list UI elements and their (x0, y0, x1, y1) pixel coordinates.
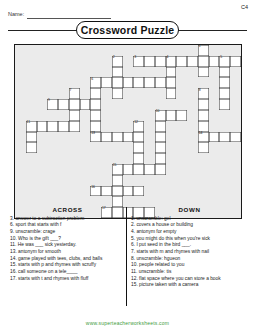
blocked-cell (58, 110, 69, 121)
blocked-cell (26, 88, 37, 99)
blocked-cell (112, 121, 123, 132)
answer-cell[interactable]: 3 (133, 56, 144, 67)
answer-cell[interactable]: 15 (112, 164, 123, 175)
blocked-cell (80, 186, 91, 197)
blocked-cell (58, 67, 69, 78)
blocked-cell (26, 56, 37, 67)
answer-cell[interactable] (123, 164, 134, 175)
answer-cell[interactable] (133, 164, 144, 175)
down-clue-7: 7. starts with m and rhymes with nail (131, 249, 248, 256)
answer-cell[interactable] (155, 56, 166, 67)
answer-cell[interactable] (198, 99, 209, 110)
blocked-cell (80, 88, 91, 99)
clue-number-3: 3 (134, 56, 136, 59)
blocked-cell (80, 67, 91, 78)
blocked-cell (209, 142, 220, 153)
clue-number-8: 8 (199, 89, 201, 92)
answer-cell[interactable]: 9 (47, 99, 58, 110)
across-clue-10: 10. Who is the gift ___? (10, 236, 125, 243)
blocked-cell (80, 77, 91, 88)
blocked-cell (166, 142, 177, 153)
blocked-cell (90, 45, 101, 56)
blocked-cell (58, 186, 69, 197)
answer-cell[interactable] (37, 121, 48, 132)
blocked-cell (37, 175, 48, 186)
blocked-cell (123, 142, 134, 153)
answer-cell[interactable] (155, 153, 166, 164)
blocked-cell (112, 110, 123, 121)
answer-cell[interactable]: 2 (112, 56, 123, 67)
blocked-cell (155, 175, 166, 186)
answer-cell[interactable] (90, 99, 101, 110)
across-clue-6: 6. sport that starts with f (10, 222, 125, 229)
blocked-cell (47, 142, 58, 153)
answer-cell[interactable] (112, 186, 123, 197)
across-clue-list: 3. answer to a subtraction problem6. spo… (10, 216, 125, 283)
blocked-cell (187, 153, 198, 164)
blocked-cell (37, 99, 48, 110)
answer-cell[interactable] (58, 99, 69, 110)
answer-cell[interactable] (219, 67, 230, 78)
blocked-cell (47, 175, 58, 186)
blocked-cell (133, 175, 144, 186)
answer-cell[interactable] (219, 132, 230, 143)
blocked-cell (176, 164, 187, 175)
blocked-cell (144, 132, 155, 143)
answer-cell[interactable] (198, 121, 209, 132)
answer-cell[interactable] (80, 99, 91, 110)
blocked-cell (15, 164, 26, 175)
answer-cell[interactable] (90, 88, 101, 99)
answer-cell[interactable] (219, 77, 230, 88)
blocked-cell (155, 186, 166, 197)
blocked-cell (187, 88, 198, 99)
clue-number-15: 15 (113, 164, 117, 167)
blocked-cell (37, 164, 48, 175)
blocked-cell (209, 121, 220, 132)
blocked-cell (209, 110, 220, 121)
blocked-cell (80, 132, 91, 143)
blocked-cell (230, 110, 241, 121)
answer-cell[interactable] (155, 121, 166, 132)
answer-cell[interactable] (133, 77, 144, 88)
down-clue-6: 6. I put seed in the bird ___. (131, 242, 248, 249)
answer-cell[interactable] (26, 142, 37, 153)
title-rule-left (8, 30, 77, 31)
blocked-cell (47, 77, 58, 88)
across-clue-15: 15. starts with p and rhymes with scruff… (10, 262, 125, 269)
blocked-cell (219, 186, 230, 197)
blocked-cell (123, 88, 134, 99)
blocked-cell (101, 164, 112, 175)
answer-cell[interactable] (69, 121, 80, 132)
answer-cell[interactable]: 8 (198, 88, 209, 99)
blocked-cell (69, 56, 80, 67)
answer-cell[interactable] (133, 142, 144, 153)
blocked-cell (123, 67, 134, 78)
blocked-cell (101, 175, 112, 186)
down-clue-8: 8. unscramble: hgueon (131, 256, 248, 263)
blocked-cell (101, 88, 112, 99)
blocked-cell (144, 45, 155, 56)
blocked-cell (101, 99, 112, 110)
blocked-cell (90, 175, 101, 186)
blocked-cell (166, 153, 177, 164)
blocked-cell (90, 67, 101, 78)
blocked-cell (166, 121, 177, 132)
blocked-cell (37, 186, 48, 197)
answer-cell[interactable] (144, 77, 155, 88)
blocked-cell (230, 88, 241, 99)
blocked-cell (219, 142, 230, 153)
blocked-cell (209, 175, 220, 186)
blocked-cell (37, 67, 48, 78)
answer-cell[interactable] (90, 110, 101, 121)
blocked-cell (80, 121, 91, 132)
blocked-cell (230, 142, 241, 153)
blocked-cell (101, 110, 112, 121)
answer-cell[interactable] (198, 67, 209, 78)
answer-cell[interactable] (133, 132, 144, 143)
answer-cell[interactable]: 10 (155, 110, 166, 121)
blocked-cell (47, 56, 58, 67)
blocked-cell (166, 132, 177, 143)
worksheet-code: C4 (241, 4, 248, 10)
blocked-cell (219, 164, 230, 175)
crossword-grid: 1234567891011121314151617 (15, 45, 241, 218)
blocked-cell (123, 121, 134, 132)
blocked-cell (144, 67, 155, 78)
answer-cell[interactable] (101, 132, 112, 143)
blocked-cell (123, 175, 134, 186)
blocked-cell (69, 67, 80, 78)
blocked-cell (230, 175, 241, 186)
across-clue-17: 17. starts with t and rhymes with fluff (10, 276, 125, 283)
blocked-cell (47, 67, 58, 78)
blocked-cell (187, 175, 198, 186)
blocked-cell (144, 99, 155, 110)
answer-cell[interactable] (155, 77, 166, 88)
blocked-cell (37, 142, 48, 153)
answer-cell[interactable] (144, 164, 155, 175)
answer-cell[interactable] (144, 56, 155, 67)
blocked-cell (144, 88, 155, 99)
answer-cell[interactable] (112, 67, 123, 78)
answer-cell[interactable]: 12 (133, 121, 144, 132)
answer-cell[interactable] (176, 56, 187, 67)
across-clue-3: 3. answer to a subtraction problem (10, 216, 125, 223)
blocked-cell (15, 142, 26, 153)
blocked-cell (15, 175, 26, 186)
blocked-cell (26, 153, 37, 164)
blocked-cell (230, 121, 241, 132)
blocked-cell (26, 175, 37, 186)
clue-number-1: 1 (199, 45, 201, 48)
blocked-cell (187, 67, 198, 78)
answer-cell[interactable] (101, 77, 112, 88)
blocked-cell (166, 175, 177, 186)
down-clue-12: 12. flat space where you can store a boo… (131, 276, 248, 283)
blocked-cell (144, 186, 155, 197)
answer-cell[interactable] (166, 110, 177, 121)
answer-cell[interactable]: 6 (90, 77, 101, 88)
blocked-cell (101, 153, 112, 164)
blocked-cell (155, 88, 166, 99)
answer-cell[interactable]: 11 (26, 121, 37, 132)
answer-cell[interactable] (230, 132, 241, 143)
blocked-cell (15, 153, 26, 164)
blocked-cell (187, 110, 198, 121)
blocked-cell (123, 110, 134, 121)
answer-cell[interactable] (209, 56, 220, 67)
answer-cell[interactable]: 14 (198, 132, 209, 143)
clue-number-9: 9 (48, 99, 50, 102)
blocked-cell (80, 164, 91, 175)
blocked-cell (155, 45, 166, 56)
blocked-cell (37, 56, 48, 67)
answer-cell[interactable] (69, 99, 80, 110)
blocked-cell (69, 164, 80, 175)
blocked-cell (101, 56, 112, 67)
answer-cell[interactable] (112, 175, 123, 186)
answer-cell[interactable] (155, 142, 166, 153)
blocked-cell (58, 45, 69, 56)
answer-cell[interactable] (123, 132, 134, 143)
blocked-cell (187, 99, 198, 110)
blocked-cell (69, 153, 80, 164)
answer-cell[interactable] (101, 186, 112, 197)
answer-cell[interactable] (198, 142, 209, 153)
answer-cell[interactable] (26, 132, 37, 143)
blocked-cell (133, 99, 144, 110)
blocked-cell (144, 121, 155, 132)
blocked-cell (15, 45, 26, 56)
clue-number-5: 5 (220, 56, 222, 59)
blocked-cell (90, 164, 101, 175)
blocked-cell (69, 186, 80, 197)
answer-cell[interactable] (230, 56, 241, 67)
blocked-cell (230, 153, 241, 164)
blocked-cell (230, 164, 241, 175)
answer-cell[interactable] (112, 132, 123, 143)
blocked-cell (144, 142, 155, 153)
clue-number-4: 4 (166, 56, 168, 59)
across-clue-14: 14. game played with tees, clubs, and ba… (10, 256, 125, 263)
answer-cell[interactable] (219, 99, 230, 110)
blocked-cell (209, 67, 220, 78)
blocked-cell (176, 99, 187, 110)
blocked-cell (209, 45, 220, 56)
answer-cell[interactable] (133, 186, 144, 197)
footer-url: www.superteacherworksheets.com (0, 320, 255, 326)
blocked-cell (123, 153, 134, 164)
clue-number-16: 16 (91, 186, 95, 189)
blocked-cell (187, 121, 198, 132)
answer-cell[interactable] (198, 110, 209, 121)
down-clue-15: 15. picture taken with a camera (131, 282, 248, 289)
blocked-cell (58, 132, 69, 143)
across-clue-9: 9. unscramble: crage (10, 229, 125, 236)
blocked-cell (198, 175, 209, 186)
blocked-cell (187, 77, 198, 88)
answer-cell[interactable] (90, 121, 101, 132)
blocked-cell (219, 110, 230, 121)
blocked-cell (209, 88, 220, 99)
blocked-cell (80, 56, 91, 67)
answer-cell[interactable] (123, 77, 134, 88)
blocked-cell (176, 142, 187, 153)
answer-cell[interactable] (187, 56, 198, 67)
blocked-cell (37, 110, 48, 121)
blocked-cell (47, 186, 58, 197)
clue-number-7: 7 (70, 89, 72, 92)
answer-cell[interactable] (198, 56, 209, 67)
answer-cell[interactable] (69, 110, 80, 121)
blocked-cell (90, 142, 101, 153)
blocked-cell (80, 142, 91, 153)
answer-cell[interactable]: 1 (198, 45, 209, 56)
blocked-cell (123, 99, 134, 110)
name-write-line[interactable] (27, 18, 111, 19)
answer-cell[interactable] (166, 67, 177, 78)
clue-number-14: 14 (199, 132, 203, 135)
down-clue-5: 5. you might do this when you're sick (131, 236, 248, 243)
blocked-cell (80, 45, 91, 56)
blocked-cell (15, 77, 26, 88)
answer-cell[interactable]: 4 (166, 56, 177, 67)
blocked-cell (198, 77, 209, 88)
down-clue-1: 1. unscramble: gel (131, 216, 248, 223)
blocked-cell (219, 121, 230, 132)
blocked-cell (209, 153, 220, 164)
blocked-cell (166, 164, 177, 175)
blocked-cell (15, 56, 26, 67)
blocked-cell (58, 56, 69, 67)
blocked-cell (133, 67, 144, 78)
across-header: ACROSS (10, 206, 125, 213)
answer-cell[interactable] (209, 132, 220, 143)
blocked-cell (166, 99, 177, 110)
blocked-cell (58, 175, 69, 186)
blocked-cell (69, 45, 80, 56)
answer-cell[interactable] (58, 121, 69, 132)
blocked-cell (69, 132, 80, 143)
clue-number-11: 11 (27, 121, 31, 124)
answer-cell[interactable] (112, 88, 123, 99)
down-clue-4: 4. antonym for empty (131, 229, 248, 236)
answer-cell[interactable] (155, 164, 166, 175)
blocked-cell (37, 88, 48, 99)
blocked-cell (187, 132, 198, 143)
down-header: DOWN (131, 206, 248, 213)
blocked-cell (15, 121, 26, 132)
clue-column-divider (126, 207, 127, 306)
blocked-cell (15, 67, 26, 78)
answer-cell[interactable]: 16 (90, 186, 101, 197)
blocked-cell (37, 153, 48, 164)
blocked-cell (209, 77, 220, 88)
down-column: DOWN 1. unscramble: gel2. covers a house… (131, 206, 248, 289)
blocked-cell (176, 67, 187, 78)
clue-number-12: 12 (134, 121, 138, 124)
blocked-cell (176, 186, 187, 197)
down-clue-10: 10. people related to you (131, 262, 248, 269)
blocked-cell (80, 110, 91, 121)
across-column: ACROSS 3. answer to a subtraction proble… (10, 206, 125, 282)
answer-cell[interactable]: 7 (69, 88, 80, 99)
blocked-cell (69, 175, 80, 186)
blocked-cell (209, 99, 220, 110)
page-title: Crossword Puzzle (76, 21, 179, 39)
blocked-cell (26, 186, 37, 197)
blocked-cell (176, 132, 187, 143)
blocked-cell (230, 67, 241, 78)
blocked-cell (176, 175, 187, 186)
blocked-cell (176, 88, 187, 99)
blocked-cell (37, 45, 48, 56)
answer-cell[interactable] (123, 186, 134, 197)
down-clue-2: 2. covers a house or building (131, 222, 248, 229)
blocked-cell (58, 153, 69, 164)
clue-number-10: 10 (156, 110, 160, 113)
blocked-cell (47, 110, 58, 121)
clue-number-2: 2 (113, 56, 115, 59)
crossword-grid-panel: 1234567891011121314151617 (14, 44, 242, 219)
blocked-cell (58, 142, 69, 153)
blocked-cell (47, 45, 58, 56)
blocked-cell (155, 67, 166, 78)
blocked-cell (144, 153, 155, 164)
answer-cell[interactable] (176, 110, 187, 121)
blocked-cell (58, 88, 69, 99)
blocked-cell (230, 77, 241, 88)
blocked-cell (209, 164, 220, 175)
blocked-cell (26, 77, 37, 88)
answer-cell[interactable]: 5 (219, 56, 230, 67)
blocked-cell (15, 132, 26, 143)
answer-cell[interactable] (133, 153, 144, 164)
blocked-cell (101, 121, 112, 132)
blocked-cell (176, 153, 187, 164)
blocked-cell (198, 164, 209, 175)
answer-cell[interactable]: 13 (90, 132, 101, 143)
blocked-cell (230, 99, 241, 110)
answer-cell[interactable] (166, 88, 177, 99)
blocked-cell (90, 153, 101, 164)
blocked-cell (101, 142, 112, 153)
blocked-cell (166, 186, 177, 197)
blocked-cell (90, 56, 101, 67)
blocked-cell (219, 153, 230, 164)
blocked-cell (176, 45, 187, 56)
blocked-cell (187, 45, 198, 56)
blocked-cell (230, 186, 241, 197)
blocked-cell (69, 77, 80, 88)
answer-cell[interactable] (219, 88, 230, 99)
answer-cell[interactable] (47, 121, 58, 132)
blocked-cell (37, 77, 48, 88)
blocked-cell (15, 99, 26, 110)
blocked-cell (112, 99, 123, 110)
blocked-cell (101, 67, 112, 78)
answer-cell[interactable] (112, 77, 123, 88)
blocked-cell (144, 175, 155, 186)
blocked-cell (15, 110, 26, 121)
blocked-cell (101, 45, 112, 56)
across-clue-11: 11. He was ___ sick yesterday. (10, 242, 125, 249)
answer-cell[interactable] (155, 132, 166, 143)
answer-cell[interactable] (166, 77, 177, 88)
